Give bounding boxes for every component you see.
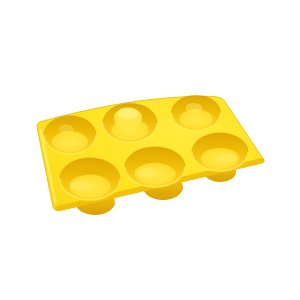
cup-2-dome-core-highlight — [118, 108, 139, 120]
muffin-pan — [37, 96, 264, 216]
cup-5-floor-glint — [136, 168, 156, 178]
cup-4-floor-glint — [70, 181, 90, 191]
cup-3-glint — [186, 103, 203, 113]
muffin-cup-1 — [44, 116, 96, 154]
muffin-cup-4 — [60, 158, 120, 200]
cup-1-floor — [52, 131, 88, 152]
cup-6-floor-glint — [219, 154, 237, 163]
photo-canvas — [0, 0, 300, 300]
muffin-cup-5 — [125, 147, 185, 187]
cup-1-glint — [59, 125, 74, 134]
muffin-cup-3 — [172, 96, 221, 131]
muffin-cup-6 — [192, 133, 248, 171]
muffin-pan-illustration — [0, 0, 300, 300]
